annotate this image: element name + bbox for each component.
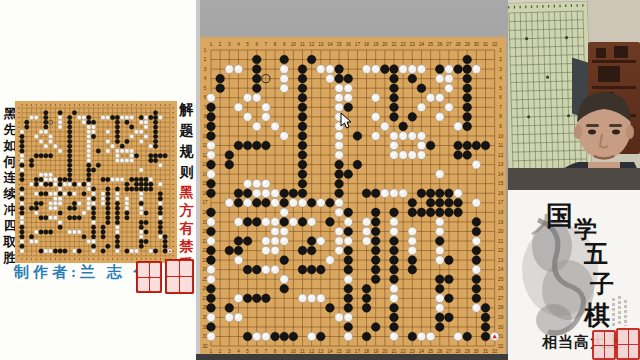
- black-stone[interactable]: [344, 227, 353, 236]
- white-stone[interactable]: [87, 125, 92, 130]
- white-stone[interactable]: [344, 93, 353, 102]
- white-stone[interactable]: [234, 256, 243, 265]
- white-stone[interactable]: [87, 182, 92, 187]
- white-stone[interactable]: [48, 192, 53, 197]
- white-stone[interactable]: [77, 201, 82, 206]
- white-stone[interactable]: [72, 192, 77, 197]
- black-stone[interactable]: [298, 103, 307, 112]
- black-stone[interactable]: [158, 211, 163, 216]
- black-stone[interactable]: [463, 93, 472, 102]
- white-stone[interactable]: [435, 304, 444, 313]
- black-stone[interactable]: [91, 225, 96, 230]
- black-stone[interactable]: [106, 211, 111, 216]
- black-stone[interactable]: [463, 151, 472, 160]
- black-stone[interactable]: [20, 211, 25, 216]
- black-stone[interactable]: [390, 208, 399, 217]
- white-stone[interactable]: [445, 74, 454, 83]
- black-stone[interactable]: [149, 187, 154, 192]
- black-stone[interactable]: [29, 163, 34, 168]
- black-stone[interactable]: [91, 244, 96, 249]
- black-stone[interactable]: [463, 141, 472, 150]
- black-stone[interactable]: [101, 235, 106, 240]
- black-stone[interactable]: [58, 225, 63, 230]
- white-stone[interactable]: [234, 65, 243, 74]
- black-stone[interactable]: [134, 187, 139, 192]
- black-stone[interactable]: [72, 111, 77, 116]
- black-stone[interactable]: [216, 84, 225, 93]
- black-stone[interactable]: [87, 173, 92, 178]
- black-stone[interactable]: [63, 249, 68, 254]
- black-stone[interactable]: [454, 141, 463, 150]
- white-stone[interactable]: [390, 151, 399, 160]
- black-stone[interactable]: [417, 208, 426, 217]
- black-stone[interactable]: [207, 323, 216, 332]
- white-stone[interactable]: [149, 144, 154, 149]
- black-stone[interactable]: [335, 179, 344, 188]
- black-stone[interactable]: [87, 168, 92, 173]
- black-stone[interactable]: [399, 122, 408, 131]
- white-stone[interactable]: [408, 151, 417, 160]
- black-stone[interactable]: [298, 132, 307, 141]
- black-stone[interactable]: [67, 158, 72, 163]
- black-stone[interactable]: [481, 323, 490, 332]
- white-stone[interactable]: [408, 237, 417, 246]
- black-stone[interactable]: [115, 244, 120, 249]
- black-stone[interactable]: [67, 173, 72, 178]
- black-stone[interactable]: [44, 230, 49, 235]
- white-stone[interactable]: [110, 177, 115, 182]
- black-stone[interactable]: [149, 115, 154, 120]
- black-stone[interactable]: [207, 160, 216, 169]
- white-stone[interactable]: [454, 122, 463, 131]
- white-stone[interactable]: [20, 239, 25, 244]
- black-stone[interactable]: [63, 177, 68, 182]
- black-stone[interactable]: [149, 182, 154, 187]
- black-stone[interactable]: [144, 230, 149, 235]
- white-stone[interactable]: [158, 163, 163, 168]
- black-stone[interactable]: [262, 141, 271, 150]
- black-stone[interactable]: [34, 201, 39, 206]
- white-stone[interactable]: [91, 130, 96, 135]
- white-stone[interactable]: [435, 113, 444, 122]
- white-stone[interactable]: [271, 246, 280, 255]
- black-stone[interactable]: [44, 153, 49, 158]
- black-stone[interactable]: [435, 284, 444, 293]
- black-stone[interactable]: [87, 115, 92, 120]
- white-stone[interactable]: [252, 179, 261, 188]
- black-stone[interactable]: [115, 134, 120, 139]
- black-stone[interactable]: [234, 246, 243, 255]
- white-stone[interactable]: [362, 65, 371, 74]
- white-stone[interactable]: [317, 199, 326, 208]
- black-stone[interactable]: [280, 55, 289, 64]
- black-stone[interactable]: [317, 332, 326, 341]
- black-stone[interactable]: [207, 284, 216, 293]
- black-stone[interactable]: [408, 256, 417, 265]
- black-stone[interactable]: [243, 294, 252, 303]
- black-stone[interactable]: [106, 244, 111, 249]
- white-stone[interactable]: [362, 218, 371, 227]
- black-stone[interactable]: [463, 332, 472, 341]
- black-stone[interactable]: [371, 218, 380, 227]
- black-stone[interactable]: [262, 199, 271, 208]
- black-stone[interactable]: [390, 74, 399, 83]
- black-stone[interactable]: [53, 249, 58, 254]
- white-stone[interactable]: [280, 74, 289, 83]
- white-stone[interactable]: [399, 151, 408, 160]
- white-stone[interactable]: [417, 65, 426, 74]
- white-stone[interactable]: [115, 192, 120, 197]
- black-stone[interactable]: [463, 103, 472, 112]
- black-stone[interactable]: [58, 192, 63, 197]
- black-stone[interactable]: [67, 134, 72, 139]
- black-stone[interactable]: [252, 84, 261, 93]
- white-stone[interactable]: [58, 120, 63, 125]
- white-stone[interactable]: [58, 149, 63, 154]
- black-stone[interactable]: [435, 65, 444, 74]
- white-stone[interactable]: [129, 149, 134, 154]
- black-stone[interactable]: [106, 196, 111, 201]
- white-stone[interactable]: [417, 151, 426, 160]
- white-stone[interactable]: [53, 144, 58, 149]
- black-stone[interactable]: [110, 115, 115, 120]
- black-stone[interactable]: [82, 192, 87, 197]
- black-stone[interactable]: [435, 199, 444, 208]
- black-stone[interactable]: [225, 304, 234, 313]
- black-stone[interactable]: [207, 227, 216, 236]
- white-stone[interactable]: [207, 151, 216, 160]
- black-stone[interactable]: [408, 208, 417, 217]
- black-stone[interactable]: [298, 122, 307, 131]
- black-stone[interactable]: [39, 153, 44, 158]
- white-stone[interactable]: [234, 313, 243, 322]
- black-stone[interactable]: [20, 149, 25, 154]
- black-stone[interactable]: [344, 103, 353, 112]
- black-stone[interactable]: [20, 139, 25, 144]
- white-stone[interactable]: [20, 158, 25, 163]
- white-stone[interactable]: [77, 230, 82, 235]
- black-stone[interactable]: [101, 177, 106, 182]
- white-stone[interactable]: [87, 153, 92, 158]
- black-stone[interactable]: [82, 182, 87, 187]
- white-stone[interactable]: [371, 113, 380, 122]
- black-stone[interactable]: [158, 220, 163, 225]
- white-stone[interactable]: [344, 275, 353, 284]
- black-stone[interactable]: [307, 246, 316, 255]
- white-stone[interactable]: [53, 177, 58, 182]
- white-stone[interactable]: [58, 125, 63, 130]
- black-stone[interactable]: [362, 189, 371, 198]
- white-stone[interactable]: [139, 130, 144, 135]
- black-stone[interactable]: [472, 256, 481, 265]
- white-stone[interactable]: [87, 187, 92, 192]
- black-stone[interactable]: [115, 215, 120, 220]
- black-stone[interactable]: [144, 239, 149, 244]
- white-stone[interactable]: [87, 134, 92, 139]
- white-stone[interactable]: [134, 130, 139, 135]
- black-stone[interactable]: [106, 220, 111, 225]
- white-stone[interactable]: [408, 246, 417, 255]
- white-stone[interactable]: [120, 177, 125, 182]
- white-stone[interactable]: [115, 225, 120, 230]
- white-stone[interactable]: [262, 332, 271, 341]
- black-stone[interactable]: [129, 125, 134, 130]
- black-stone[interactable]: [207, 113, 216, 122]
- black-stone[interactable]: [445, 199, 454, 208]
- white-stone[interactable]: [280, 65, 289, 74]
- black-stone[interactable]: [77, 249, 82, 254]
- black-stone[interactable]: [445, 208, 454, 217]
- black-stone[interactable]: [39, 249, 44, 254]
- white-stone[interactable]: [48, 173, 53, 178]
- white-stone[interactable]: [58, 220, 63, 225]
- black-stone[interactable]: [163, 249, 168, 254]
- white-stone[interactable]: [445, 65, 454, 74]
- black-stone[interactable]: [307, 265, 316, 274]
- black-stone[interactable]: [91, 206, 96, 211]
- black-stone[interactable]: [125, 249, 130, 254]
- white-stone[interactable]: [326, 65, 335, 74]
- white-stone[interactable]: [20, 168, 25, 173]
- black-stone[interactable]: [390, 265, 399, 274]
- black-stone[interactable]: [344, 284, 353, 293]
- black-stone[interactable]: [298, 218, 307, 227]
- white-stone[interactable]: [34, 211, 39, 216]
- black-stone[interactable]: [234, 189, 243, 198]
- black-stone[interactable]: [125, 182, 130, 187]
- black-stone[interactable]: [101, 230, 106, 235]
- white-stone[interactable]: [234, 103, 243, 112]
- white-stone[interactable]: [115, 177, 120, 182]
- white-stone[interactable]: [445, 84, 454, 93]
- black-stone[interactable]: [472, 294, 481, 303]
- white-stone[interactable]: [120, 115, 125, 120]
- black-stone[interactable]: [234, 199, 243, 208]
- white-stone[interactable]: [115, 158, 120, 163]
- black-stone[interactable]: [207, 256, 216, 265]
- white-stone[interactable]: [106, 130, 111, 135]
- black-stone[interactable]: [25, 125, 30, 130]
- black-stone[interactable]: [445, 294, 454, 303]
- white-stone[interactable]: [115, 153, 120, 158]
- black-stone[interactable]: [20, 144, 25, 149]
- white-stone[interactable]: [139, 196, 144, 201]
- white-stone[interactable]: [115, 149, 120, 154]
- white-stone[interactable]: [454, 332, 463, 341]
- black-stone[interactable]: [252, 199, 261, 208]
- black-stone[interactable]: [298, 65, 307, 74]
- black-stone[interactable]: [280, 199, 289, 208]
- white-stone[interactable]: [243, 113, 252, 122]
- white-stone[interactable]: [344, 237, 353, 246]
- white-stone[interactable]: [34, 134, 39, 139]
- black-stone[interactable]: [115, 115, 120, 120]
- black-stone[interactable]: [67, 168, 72, 173]
- white-stone[interactable]: [234, 294, 243, 303]
- black-stone[interactable]: [463, 113, 472, 122]
- black-stone[interactable]: [280, 218, 289, 227]
- black-stone[interactable]: [125, 211, 130, 216]
- black-stone[interactable]: [144, 211, 149, 216]
- black-stone[interactable]: [144, 182, 149, 187]
- black-stone[interactable]: [390, 313, 399, 322]
- white-stone[interactable]: [139, 206, 144, 211]
- white-stone[interactable]: [34, 239, 39, 244]
- black-stone[interactable]: [280, 284, 289, 293]
- white-stone[interactable]: [207, 275, 216, 284]
- black-stone[interactable]: [120, 144, 125, 149]
- black-stone[interactable]: [381, 65, 390, 74]
- white-stone[interactable]: [72, 249, 77, 254]
- white-stone[interactable]: [158, 215, 163, 220]
- black-stone[interactable]: [96, 149, 101, 154]
- black-stone[interactable]: [101, 225, 106, 230]
- white-stone[interactable]: [144, 120, 149, 125]
- black-stone[interactable]: [149, 153, 154, 158]
- white-stone[interactable]: [115, 249, 120, 254]
- black-stone[interactable]: [20, 244, 25, 249]
- black-stone[interactable]: [390, 93, 399, 102]
- black-stone[interactable]: [91, 215, 96, 220]
- black-stone[interactable]: [298, 179, 307, 188]
- black-stone[interactable]: [472, 284, 481, 293]
- black-stone[interactable]: [472, 246, 481, 255]
- black-stone[interactable]: [72, 215, 77, 220]
- black-stone[interactable]: [48, 153, 53, 158]
- black-stone[interactable]: [91, 120, 96, 125]
- black-stone[interactable]: [144, 220, 149, 225]
- white-stone[interactable]: [48, 139, 53, 144]
- black-stone[interactable]: [44, 182, 49, 187]
- white-stone[interactable]: [262, 179, 271, 188]
- white-stone[interactable]: [67, 230, 72, 235]
- black-stone[interactable]: [417, 84, 426, 93]
- white-stone[interactable]: [87, 144, 92, 149]
- white-stone[interactable]: [139, 235, 144, 240]
- black-stone[interactable]: [67, 153, 72, 158]
- white-stone[interactable]: [326, 74, 335, 83]
- black-stone[interactable]: [225, 160, 234, 169]
- black-stone[interactable]: [353, 132, 362, 141]
- black-stone[interactable]: [158, 153, 163, 158]
- black-stone[interactable]: [207, 179, 216, 188]
- black-stone[interactable]: [158, 192, 163, 197]
- black-stone[interactable]: [139, 239, 144, 244]
- white-stone[interactable]: [207, 332, 216, 341]
- black-stone[interactable]: [44, 111, 49, 116]
- black-stone[interactable]: [29, 235, 34, 240]
- white-stone[interactable]: [326, 256, 335, 265]
- black-stone[interactable]: [67, 177, 72, 182]
- black-stone[interactable]: [344, 323, 353, 332]
- black-stone[interactable]: [426, 141, 435, 150]
- white-stone[interactable]: [207, 218, 216, 227]
- black-stone[interactable]: [390, 304, 399, 313]
- black-stone[interactable]: [20, 177, 25, 182]
- white-stone[interactable]: [289, 199, 298, 208]
- black-stone[interactable]: [371, 246, 380, 255]
- black-stone[interactable]: [139, 115, 144, 120]
- black-stone[interactable]: [58, 211, 63, 216]
- black-stone[interactable]: [163, 235, 168, 240]
- white-stone[interactable]: [44, 173, 49, 178]
- black-stone[interactable]: [408, 113, 417, 122]
- black-stone[interactable]: [390, 84, 399, 93]
- black-stone[interactable]: [39, 215, 44, 220]
- white-stone[interactable]: [20, 130, 25, 135]
- black-stone[interactable]: [207, 304, 216, 313]
- black-stone[interactable]: [289, 189, 298, 198]
- white-stone[interactable]: [435, 74, 444, 83]
- white-stone[interactable]: [417, 141, 426, 150]
- black-stone[interactable]: [153, 120, 158, 125]
- black-stone[interactable]: [48, 182, 53, 187]
- white-stone[interactable]: [362, 227, 371, 236]
- black-stone[interactable]: [139, 182, 144, 187]
- white-stone[interactable]: [435, 246, 444, 255]
- black-stone[interactable]: [445, 313, 454, 322]
- white-stone[interactable]: [158, 115, 163, 120]
- black-stone[interactable]: [153, 139, 158, 144]
- black-stone[interactable]: [298, 170, 307, 179]
- black-stone[interactable]: [362, 304, 371, 313]
- black-stone[interactable]: [67, 139, 72, 144]
- black-stone[interactable]: [216, 74, 225, 83]
- white-stone[interactable]: [20, 215, 25, 220]
- white-stone[interactable]: [262, 246, 271, 255]
- white-stone[interactable]: [435, 218, 444, 227]
- white-stone[interactable]: [29, 115, 34, 120]
- black-stone[interactable]: [72, 182, 77, 187]
- black-stone[interactable]: [289, 332, 298, 341]
- white-stone[interactable]: [39, 173, 44, 178]
- black-stone[interactable]: [445, 189, 454, 198]
- white-stone[interactable]: [390, 132, 399, 141]
- white-stone[interactable]: [91, 201, 96, 206]
- black-stone[interactable]: [353, 160, 362, 169]
- black-stone[interactable]: [115, 187, 120, 192]
- black-stone[interactable]: [371, 237, 380, 246]
- black-stone[interactable]: [481, 304, 490, 313]
- black-stone[interactable]: [426, 189, 435, 198]
- white-stone[interactable]: [58, 196, 63, 201]
- black-stone[interactable]: [280, 189, 289, 198]
- black-stone[interactable]: [243, 332, 252, 341]
- white-stone[interactable]: [91, 192, 96, 197]
- black-stone[interactable]: [139, 187, 144, 192]
- white-stone[interactable]: [271, 199, 280, 208]
- black-stone[interactable]: [153, 249, 158, 254]
- black-stone[interactable]: [252, 265, 261, 274]
- white-stone[interactable]: [317, 237, 326, 246]
- white-stone[interactable]: [408, 227, 417, 236]
- white-stone[interactable]: [44, 249, 49, 254]
- black-stone[interactable]: [115, 125, 120, 130]
- black-stone[interactable]: [298, 189, 307, 198]
- black-stone[interactable]: [20, 196, 25, 201]
- white-stone[interactable]: [252, 122, 261, 131]
- white-stone[interactable]: [335, 84, 344, 93]
- black-stone[interactable]: [91, 235, 96, 240]
- black-stone[interactable]: [115, 239, 120, 244]
- black-stone[interactable]: [106, 201, 111, 206]
- black-stone[interactable]: [34, 182, 39, 187]
- white-stone[interactable]: [207, 237, 216, 246]
- black-stone[interactable]: [115, 220, 120, 225]
- black-stone[interactable]: [67, 192, 72, 197]
- black-stone[interactable]: [298, 113, 307, 122]
- black-stone[interactable]: [91, 168, 96, 173]
